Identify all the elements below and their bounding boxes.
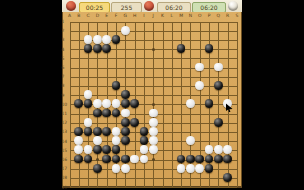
black-stone	[112, 155, 121, 164]
black-stone	[177, 155, 186, 164]
white-stone	[140, 155, 149, 164]
white-stone	[149, 145, 158, 154]
white-stone	[112, 136, 121, 145]
row-label: 17	[62, 166, 68, 171]
white-stone	[84, 35, 93, 44]
white-stone	[186, 136, 195, 145]
white-stone	[214, 63, 223, 72]
column-label: L	[168, 13, 176, 18]
star-point	[152, 103, 155, 106]
star-point	[152, 48, 155, 51]
black-stone	[102, 155, 111, 164]
black-stone	[121, 127, 130, 136]
turn-indicator-badge	[144, 1, 154, 11]
white-stone	[195, 63, 204, 72]
black-stone	[102, 109, 111, 118]
row-label: 11	[62, 111, 68, 116]
white-stone	[121, 26, 130, 35]
black-stone	[140, 127, 149, 136]
white-stone	[149, 127, 158, 136]
go-board[interactable]: ABCDEFGHIJKLMNOPQRS123456789101112131415…	[62, 12, 242, 188]
grid-line	[70, 187, 237, 188]
black-stone	[223, 155, 232, 164]
black-stone	[130, 118, 139, 127]
black-stone	[214, 81, 223, 90]
black-stone	[74, 99, 83, 108]
white-stone	[140, 145, 149, 154]
white-stone	[149, 109, 158, 118]
row-label: 16	[62, 157, 68, 162]
white-stone	[102, 99, 111, 108]
black-stone	[121, 155, 130, 164]
row-label: 14	[62, 139, 68, 144]
black-stone	[112, 81, 121, 90]
row-label: 10	[62, 102, 68, 107]
white-stone	[84, 145, 93, 154]
column-label: B	[75, 13, 83, 18]
white-stone	[93, 35, 102, 44]
black-stone	[84, 44, 93, 53]
black-stone	[93, 145, 102, 154]
white-stone	[130, 155, 139, 164]
white-stone	[84, 90, 93, 99]
row-label: 3	[62, 37, 68, 42]
column-label: R	[224, 13, 232, 18]
column-label: O	[196, 13, 204, 18]
row-label: 6	[62, 65, 68, 70]
black-stone	[112, 35, 121, 44]
row-label: 5	[62, 56, 68, 61]
grid-line	[70, 178, 237, 179]
column-label: J	[149, 13, 157, 18]
black-stone	[223, 173, 232, 182]
column-label: G	[121, 13, 129, 18]
white-stone	[121, 109, 130, 118]
white-stone	[195, 164, 204, 173]
black-stone	[93, 109, 102, 118]
white-stone	[112, 127, 121, 136]
grid-line	[237, 22, 238, 188]
row-label: 12	[62, 120, 68, 125]
column-label: H	[131, 13, 139, 18]
black-stone	[121, 90, 130, 99]
black-stone	[140, 136, 149, 145]
white-stone	[214, 145, 223, 154]
white-stone	[149, 118, 158, 127]
black-player-badge	[66, 1, 76, 11]
white-stone	[195, 81, 204, 90]
row-label: 18	[62, 175, 68, 180]
white-stone	[121, 164, 130, 173]
white-stone	[84, 118, 93, 127]
white-stone	[177, 164, 186, 173]
white-stone	[223, 145, 232, 154]
row-label: 13	[62, 129, 68, 134]
column-label: P	[205, 13, 213, 18]
black-stone	[102, 145, 111, 154]
right-letterbox-bar	[242, 0, 304, 190]
row-label: 9	[62, 93, 68, 98]
black-stone	[93, 44, 102, 53]
black-stone	[121, 118, 130, 127]
column-label: F	[112, 13, 120, 18]
grid-line	[172, 22, 173, 188]
column-label: S	[233, 13, 241, 18]
row-label: 15	[62, 148, 68, 153]
row-label: 4	[62, 47, 68, 52]
column-label: A	[66, 13, 74, 18]
black-stone	[84, 155, 93, 164]
white-stone	[93, 99, 102, 108]
black-stone	[112, 109, 121, 118]
black-stone	[84, 127, 93, 136]
star-point	[152, 158, 155, 161]
black-stone	[102, 127, 111, 136]
black-stone	[102, 44, 111, 53]
white-stone	[112, 164, 121, 173]
white-stone	[186, 99, 195, 108]
white-stone	[205, 145, 214, 154]
black-stone	[74, 155, 83, 164]
white-stone	[149, 136, 158, 145]
black-stone	[93, 164, 102, 173]
black-stone	[205, 44, 214, 53]
black-stone	[74, 127, 83, 136]
column-label: M	[177, 13, 185, 18]
row-label: 2	[62, 28, 68, 33]
left-letterbox-bar	[0, 0, 62, 190]
white-stone	[186, 164, 195, 173]
row-label: 1	[62, 19, 68, 24]
white-stone	[102, 35, 111, 44]
black-stone	[130, 99, 139, 108]
black-stone	[177, 44, 186, 53]
black-stone	[205, 99, 214, 108]
black-stone	[121, 136, 130, 145]
white-stone	[74, 136, 83, 145]
app-window: 00:25 255 06:20 06:20 ABCDEFGHIJKLMNOPQR…	[0, 0, 304, 190]
row-label: 19	[62, 185, 68, 190]
column-label: I	[140, 13, 148, 18]
white-stone	[74, 145, 83, 154]
column-label: D	[93, 13, 101, 18]
black-stone	[93, 127, 102, 136]
column-label: K	[159, 13, 167, 18]
row-label: 8	[62, 83, 68, 88]
column-label: C	[84, 13, 92, 18]
column-label: N	[186, 13, 194, 18]
black-stone	[112, 145, 121, 154]
column-label: E	[103, 13, 111, 18]
black-stone	[214, 118, 223, 127]
black-stone	[214, 155, 223, 164]
white-player-badge	[228, 1, 238, 11]
black-stone	[121, 99, 130, 108]
black-stone	[205, 164, 214, 173]
black-stone	[84, 99, 93, 108]
grid-line	[163, 22, 164, 188]
black-stone	[186, 155, 195, 164]
black-stone	[195, 155, 204, 164]
white-stone	[93, 136, 102, 145]
row-label: 7	[62, 74, 68, 79]
white-stone	[112, 99, 121, 108]
star-point	[96, 158, 99, 161]
column-label: Q	[214, 13, 222, 18]
black-stone	[205, 155, 214, 164]
